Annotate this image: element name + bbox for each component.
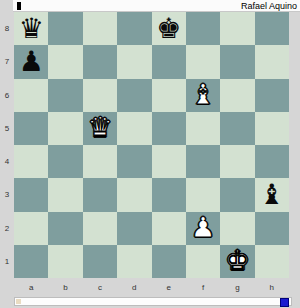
- piece-white-bishop[interactable]: ♝: [191, 81, 216, 109]
- square-d5[interactable]: [117, 112, 151, 145]
- text-cursor: [17, 2, 21, 10]
- square-c5[interactable]: ♛: [83, 112, 117, 145]
- square-c1[interactable]: [83, 245, 117, 278]
- square-c7[interactable]: [83, 45, 117, 78]
- square-b2[interactable]: [48, 212, 82, 245]
- move-slider[interactable]: [14, 297, 292, 306]
- piece-white-queen[interactable]: ♛: [87, 114, 112, 142]
- square-h6[interactable]: [255, 79, 289, 112]
- square-a7[interactable]: ♟: [14, 45, 48, 78]
- square-f2[interactable]: ♟: [186, 212, 220, 245]
- square-a6[interactable]: [14, 79, 48, 112]
- square-e8[interactable]: ♚: [152, 12, 186, 45]
- square-d1[interactable]: [117, 245, 151, 278]
- square-b7[interactable]: [48, 45, 82, 78]
- square-d7[interactable]: [117, 45, 151, 78]
- square-h5[interactable]: [255, 112, 289, 145]
- square-d3[interactable]: [117, 178, 151, 211]
- square-b3[interactable]: [48, 178, 82, 211]
- square-a5[interactable]: [14, 112, 48, 145]
- file-label-e: e: [152, 278, 186, 296]
- square-a8[interactable]: ♛: [14, 12, 48, 45]
- rank-label-7: 7: [0, 45, 14, 78]
- rank-label-3: 3: [0, 178, 14, 211]
- square-g8[interactable]: [220, 12, 254, 45]
- file-label-c: c: [83, 278, 117, 296]
- piece-black-pawn[interactable]: ♟: [19, 48, 44, 76]
- square-g2[interactable]: [220, 212, 254, 245]
- square-c3[interactable]: [83, 178, 117, 211]
- square-a3[interactable]: [14, 178, 48, 211]
- file-label-h: h: [255, 278, 289, 296]
- square-e7[interactable]: [152, 45, 186, 78]
- square-c2[interactable]: [83, 212, 117, 245]
- rank-label-6: 6: [0, 79, 14, 112]
- square-c8[interactable]: [83, 12, 117, 45]
- square-h7[interactable]: [255, 45, 289, 78]
- square-d6[interactable]: [117, 79, 151, 112]
- chess-viewer-window: Rafael Aquino 87654321 ♛♚♟♝♛♝♟♚ abcdefgh: [0, 0, 300, 308]
- rank-label-2: 2: [0, 212, 14, 245]
- square-b4[interactable]: [48, 145, 82, 178]
- square-f8[interactable]: [186, 12, 220, 45]
- piece-white-king[interactable]: ♚: [225, 247, 250, 275]
- square-a2[interactable]: [14, 212, 48, 245]
- square-h1[interactable]: [255, 245, 289, 278]
- square-h3[interactable]: ♝: [255, 178, 289, 211]
- square-f7[interactable]: [186, 45, 220, 78]
- square-d2[interactable]: [117, 212, 151, 245]
- square-g7[interactable]: [220, 45, 254, 78]
- square-e2[interactable]: [152, 212, 186, 245]
- square-e5[interactable]: [152, 112, 186, 145]
- square-h8[interactable]: [255, 12, 289, 45]
- square-f5[interactable]: [186, 112, 220, 145]
- title-bar: Rafael Aquino: [13, 0, 300, 12]
- square-e4[interactable]: [152, 145, 186, 178]
- chess-board: ♛♚♟♝♛♝♟♚: [14, 12, 289, 278]
- square-h2[interactable]: [255, 212, 289, 245]
- square-e6[interactable]: [152, 79, 186, 112]
- square-c6[interactable]: [83, 79, 117, 112]
- square-a4[interactable]: [14, 145, 48, 178]
- square-e3[interactable]: [152, 178, 186, 211]
- slider-handle[interactable]: [280, 298, 289, 307]
- square-g3[interactable]: [220, 178, 254, 211]
- file-label-g: g: [220, 278, 254, 296]
- player-name-label: Rafael Aquino: [241, 1, 297, 11]
- square-f1[interactable]: [186, 245, 220, 278]
- square-b8[interactable]: [48, 12, 82, 45]
- square-f6[interactable]: ♝: [186, 79, 220, 112]
- file-label-d: d: [117, 278, 151, 296]
- square-g4[interactable]: [220, 145, 254, 178]
- rank-label-1: 1: [0, 245, 14, 278]
- rank-label-4: 4: [0, 145, 14, 178]
- file-labels: abcdefgh: [14, 278, 289, 296]
- square-f3[interactable]: [186, 178, 220, 211]
- square-a1[interactable]: [14, 245, 48, 278]
- rank-labels: 87654321: [0, 12, 14, 278]
- square-g1[interactable]: ♚: [220, 245, 254, 278]
- piece-black-bishop[interactable]: ♝: [259, 181, 284, 209]
- square-b6[interactable]: [48, 79, 82, 112]
- square-b1[interactable]: [48, 245, 82, 278]
- square-f4[interactable]: [186, 145, 220, 178]
- square-g5[interactable]: [220, 112, 254, 145]
- rank-label-5: 5: [0, 112, 14, 145]
- file-label-b: b: [48, 278, 82, 296]
- square-d4[interactable]: [117, 145, 151, 178]
- square-c4[interactable]: [83, 145, 117, 178]
- slider-left-marker: [16, 299, 21, 304]
- square-b5[interactable]: [48, 112, 82, 145]
- rank-label-8: 8: [0, 12, 14, 45]
- file-label-a: a: [14, 278, 48, 296]
- file-label-f: f: [186, 278, 220, 296]
- piece-black-king[interactable]: ♚: [156, 15, 181, 43]
- square-d8[interactable]: [117, 12, 151, 45]
- square-h4[interactable]: [255, 145, 289, 178]
- piece-black-queen[interactable]: ♛: [19, 15, 44, 43]
- piece-white-pawn[interactable]: ♟: [191, 214, 216, 242]
- square-e1[interactable]: [152, 245, 186, 278]
- square-g6[interactable]: [220, 79, 254, 112]
